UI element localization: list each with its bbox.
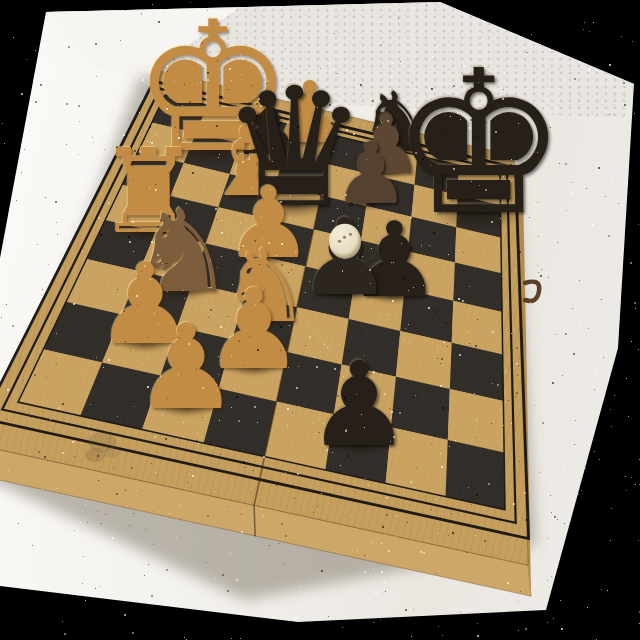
noise-dot — [625, 476, 626, 477]
noise-dot — [634, 113, 635, 114]
noise-dot — [581, 502, 583, 504]
noise-dot — [547, 622, 548, 623]
piece-black-pawn-a6[interactable]: ♟ — [307, 353, 412, 458]
noise-dot — [442, 635, 443, 636]
noise-dot — [373, 622, 374, 623]
noise-dot — [610, 409, 611, 410]
noise-dot — [590, 30, 591, 31]
stamp-smudge — [85, 448, 105, 462]
noise-dot — [587, 607, 588, 608]
noise-dot — [611, 426, 612, 427]
noise-dot — [607, 590, 608, 591]
noise-dot — [14, 111, 16, 113]
noise-dot — [380, 619, 381, 620]
noise-dot — [518, 630, 519, 631]
noise-dot — [619, 336, 620, 337]
noise-dot — [599, 459, 600, 460]
noise-dot — [7, 138, 8, 139]
noise-dot — [591, 512, 592, 513]
noise-dot — [507, 20, 508, 21]
noise-dot — [581, 30, 583, 32]
noise-dot — [631, 477, 632, 478]
noise-dot — [626, 337, 627, 338]
noise-dot — [610, 540, 611, 541]
noise-dot — [585, 468, 586, 469]
noise-dot — [597, 508, 598, 509]
noise-dot — [625, 323, 626, 324]
noise-dot — [583, 29, 584, 30]
noise-dot — [62, 621, 63, 622]
noise-dot — [13, 37, 14, 38]
paint-chip-spots — [343, 236, 346, 239]
noise-dot — [561, 628, 563, 630]
noise-dot — [525, 628, 527, 630]
noise-dot — [270, 629, 271, 630]
noise-dot — [613, 387, 615, 389]
noise-dot — [124, 614, 126, 616]
noise-dot — [21, 2, 23, 4]
noise-dot — [323, 638, 324, 639]
noise-dot — [560, 600, 561, 601]
noise-dot — [609, 454, 610, 455]
noise-dot — [2, 123, 3, 124]
noise-dot — [632, 41, 633, 42]
noise-dot — [614, 395, 615, 396]
noise-dot — [608, 33, 609, 34]
noise-dot — [588, 463, 590, 465]
noise-dot — [553, 618, 554, 619]
noise-dot — [619, 359, 620, 360]
noise-dot — [581, 541, 582, 542]
noise-dot — [621, 36, 622, 37]
noise-dot — [601, 589, 602, 590]
noise-dot — [596, 37, 597, 38]
noise-dot — [4, 143, 5, 144]
noise-dot — [630, 262, 632, 264]
noise-dot — [64, 2, 65, 3]
noise-dot — [638, 335, 639, 336]
noise-dot — [593, 22, 594, 23]
noise-dot — [635, 484, 636, 485]
noise-dot — [578, 494, 579, 495]
noise-dot — [248, 620, 249, 621]
worn-paint-head — [329, 224, 361, 259]
noise-dot — [589, 31, 590, 32]
noise-dot — [626, 490, 627, 491]
noise-dot — [18, 99, 20, 101]
noise-dot — [635, 308, 636, 309]
noise-dot — [214, 625, 215, 626]
piece-black-pawn-d5[interactable]: ♟ — [298, 211, 392, 306]
noise-dot — [597, 24, 598, 25]
noise-dot — [290, 621, 291, 622]
noise-dot — [64, 633, 66, 635]
noise-dot — [544, 613, 545, 614]
noise-dot — [638, 540, 639, 541]
piece-white-pawn-a3[interactable]: ♟ — [134, 314, 240, 420]
noise-dot — [21, 93, 23, 95]
noise-dot — [132, 632, 134, 634]
noise-dot — [625, 598, 627, 600]
noise-dot — [332, 622, 333, 623]
noise-dot — [14, 619, 15, 620]
noise-dot — [35, 50, 36, 51]
noise-dot — [634, 42, 635, 43]
noise-dot — [337, 638, 338, 639]
noise-dot — [630, 243, 632, 245]
photo-scene: ♞♟♟♟♚♚♟♝♛♟♜♟♟♞♞♟♟♟♟ Photograph of a fold… — [0, 0, 640, 640]
noise-dot — [514, 6, 515, 7]
noise-dot — [59, 622, 60, 623]
noise-dot — [17, 24, 18, 25]
noise-dot — [184, 637, 185, 638]
noise-dot — [564, 582, 565, 583]
noise-dot — [158, 630, 159, 631]
noise-dot — [638, 131, 639, 132]
noise-dot — [576, 603, 577, 604]
noise-dot — [231, 638, 232, 639]
noise-dot — [610, 631, 611, 632]
noise-dot — [342, 627, 343, 628]
noise-dot — [16, 111, 17, 112]
noise-dot — [638, 349, 639, 350]
noise-dot — [411, 636, 412, 637]
noise-dot — [628, 416, 629, 417]
noise-dot — [634, 302, 636, 304]
noise-dot — [129, 617, 130, 618]
noise-dot — [581, 490, 582, 491]
noise-dot — [85, 600, 86, 601]
noise-dot — [594, 451, 595, 452]
noise-dot — [477, 635, 479, 637]
noise-dot — [240, 638, 241, 639]
noise-dot — [244, 637, 245, 638]
noise-dot — [602, 448, 604, 450]
noise-dot — [626, 378, 627, 379]
noise-dot — [609, 64, 611, 66]
noise-dot — [477, 623, 478, 624]
noise-dot — [129, 628, 130, 629]
noise-dot — [637, 36, 638, 37]
box-clasp — [525, 282, 539, 301]
noise-dot — [37, 31, 39, 33]
noise-dot — [638, 224, 639, 225]
noise-dot — [631, 341, 632, 342]
noise-dot — [143, 634, 144, 635]
stamp-smudge — [104, 446, 120, 458]
noise-dot — [584, 22, 585, 23]
noise-dot — [614, 378, 615, 379]
noise-dot — [611, 508, 612, 509]
noise-dot — [26, 59, 27, 60]
noise-dot — [621, 414, 622, 415]
noise-dot — [1, 175, 2, 176]
noise-dot — [438, 626, 439, 627]
